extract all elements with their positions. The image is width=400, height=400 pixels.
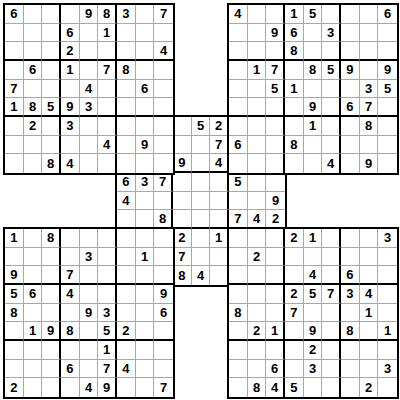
cell-top-left-r3c6-empty[interactable]	[98, 42, 117, 61]
cell-top-right-r7c9-empty[interactable]	[378, 117, 397, 136]
cell-top-right-r2c7-empty[interactable]	[341, 24, 360, 43]
subgrid-bottom-right: 213246257348712198126338452	[227, 227, 399, 399]
cell-bottom-right-r7c6-empty[interactable]	[322, 341, 341, 360]
cell-top-right-r4c2-given: 1	[248, 61, 267, 80]
cell-top-right-r8c3-empty[interactable]	[266, 136, 285, 155]
cell-bottom-left-r1c3-given: 8	[42, 229, 61, 248]
cell-top-left-r9c6-empty[interactable]	[98, 154, 117, 173]
cell-bottom-right-r2c9-empty[interactable]	[378, 248, 397, 267]
cell-bottom-right-r2c5-empty[interactable]	[304, 248, 323, 267]
cell-top-left-r4c3-empty[interactable]	[42, 61, 61, 80]
cell-top-right-r9c7-empty[interactable]	[341, 154, 360, 173]
cell-top-right-r7c3-empty[interactable]	[266, 117, 285, 136]
cell-top-right-r3c1-empty[interactable]	[229, 42, 248, 61]
cell-top-left-r5c9-empty[interactable]	[154, 80, 173, 99]
cell-bottom-left-r6c7-given: 2	[117, 322, 136, 341]
cell-bottom-right-r2c7-empty[interactable]	[341, 248, 360, 267]
cell-center-r8c5-empty[interactable]	[192, 248, 211, 267]
cell-top-left-r7c7-empty[interactable]	[117, 117, 136, 136]
cell-top-left-r4c5-empty[interactable]	[80, 61, 99, 80]
cell-top-right-r5c7-empty[interactable]	[341, 80, 360, 99]
cell-center-r6c5-empty[interactable]	[192, 210, 211, 229]
cell-top-left-r5c7-empty[interactable]	[117, 80, 136, 99]
cell-bottom-right-r4c2-empty[interactable]	[248, 285, 267, 304]
cell-top-left-r7c3-empty[interactable]	[42, 117, 61, 136]
cell-bottom-left-r8c5-empty[interactable]	[80, 360, 99, 379]
cell-top-right-r7c7-empty[interactable]	[341, 117, 360, 136]
cell-bottom-left-r5c2-empty[interactable]	[24, 304, 43, 323]
cell-bottom-right-r8c8-empty[interactable]	[360, 360, 379, 379]
cell-center-r5c1-given: 4	[117, 192, 136, 211]
cell-top-left-r6c4-given: 9	[61, 98, 80, 117]
cell-top-right-r1c1-given: 4	[229, 5, 248, 24]
cell-top-left-r5c6-empty[interactable]	[98, 80, 117, 99]
cell-top-right-r8c2-empty[interactable]	[248, 136, 267, 155]
cell-bottom-left-r2c6-empty[interactable]	[98, 248, 117, 267]
cell-top-right-r3c5-empty[interactable]	[304, 42, 323, 61]
cell-bottom-right-r2c1-empty[interactable]	[229, 248, 248, 267]
cell-top-left-r2c9-empty[interactable]	[154, 24, 173, 43]
cell-top-left-r5c1-given: 7	[5, 80, 24, 99]
cell-top-left-r6c9-empty[interactable]	[154, 98, 173, 117]
cell-center-r2c5-empty[interactable]	[192, 136, 211, 155]
cell-top-left-r6c6-empty[interactable]	[98, 98, 117, 117]
cell-center-r5c3-empty[interactable]	[154, 192, 173, 211]
cell-top-left-r5c3-empty[interactable]	[42, 80, 61, 99]
cell-bottom-right-r9c6-empty[interactable]	[322, 378, 341, 397]
cell-bottom-right-r1c1-empty[interactable]	[229, 229, 248, 248]
cell-top-left-r3c1-empty[interactable]	[5, 42, 24, 61]
cell-bottom-right-r3c4-empty[interactable]	[285, 266, 304, 285]
cell-bottom-right-r9c8-given: 2	[360, 378, 379, 397]
cell-top-left-r1c7-given: 3	[117, 5, 136, 24]
cell-center-r7c5-empty[interactable]	[192, 229, 211, 248]
cell-bottom-right-r5c5-empty[interactable]	[304, 304, 323, 323]
cell-top-left-r8c2-empty[interactable]	[24, 136, 43, 155]
cell-top-left-r9c7-empty[interactable]	[117, 154, 136, 173]
cell-bottom-left-r5c9-given: 6	[154, 304, 173, 323]
cell-bottom-right-r9c5-empty[interactable]	[304, 378, 323, 397]
cell-bottom-left-r7c1-empty[interactable]	[5, 341, 24, 360]
cell-bottom-left-r3c4-given: 7	[61, 266, 80, 285]
cell-bottom-right-r7c9-empty[interactable]	[378, 341, 397, 360]
cell-bottom-right-r5c7-empty[interactable]	[341, 304, 360, 323]
cell-top-left-r2c8-empty[interactable]	[136, 24, 155, 43]
cell-bottom-left-r9c7-empty[interactable]	[117, 378, 136, 397]
cell-bottom-left-r7c7-empty[interactable]	[117, 341, 136, 360]
cell-center-r3c5-empty[interactable]	[192, 154, 211, 173]
cell-top-right-r6c1-empty[interactable]	[229, 98, 248, 117]
cell-top-left-r3c5-empty[interactable]	[80, 42, 99, 61]
cell-bottom-right-r6c8-empty[interactable]	[360, 322, 379, 341]
cell-top-left-r7c5-empty[interactable]	[80, 117, 99, 136]
cell-bottom-left-r3c6-empty[interactable]	[98, 266, 117, 285]
cell-bottom-right-r4c9-empty[interactable]	[378, 285, 397, 304]
cell-bottom-right-r7c3-empty[interactable]	[266, 341, 285, 360]
cell-top-left-r1c1-given: 6	[5, 5, 24, 24]
cell-top-right-r2c9-empty[interactable]	[378, 24, 397, 43]
cell-bottom-left-r1c2-empty[interactable]	[24, 229, 43, 248]
cell-top-right-r8c8-empty[interactable]	[360, 136, 379, 155]
cell-bottom-right-r3c8-empty[interactable]	[360, 266, 379, 285]
cell-bottom-right-r3c1-empty[interactable]	[229, 266, 248, 285]
cell-bottom-right-r3c2-empty[interactable]	[248, 266, 267, 285]
cell-top-left-r7c8-empty[interactable]	[136, 117, 155, 136]
cell-bottom-right-r8c9-given: 3	[378, 360, 397, 379]
cell-bottom-left-r6c5-empty[interactable]	[80, 322, 99, 341]
cell-bottom-right-r2c3-empty[interactable]	[266, 248, 285, 267]
cell-top-right-r3c8-empty[interactable]	[360, 42, 379, 61]
cell-bottom-left-r7c4-empty[interactable]	[61, 341, 80, 360]
cell-top-left-r8c1-empty[interactable]	[5, 136, 24, 155]
cell-bottom-right-r7c2-empty[interactable]	[248, 341, 267, 360]
cell-bottom-right-r1c6-empty[interactable]	[322, 229, 341, 248]
cell-bottom-left-r4c5-empty[interactable]	[80, 285, 99, 304]
cell-bottom-right-r6c5-given: 9	[304, 322, 323, 341]
cell-bottom-right-r7c1-empty[interactable]	[229, 341, 248, 360]
cell-center-r4c6-empty[interactable]	[210, 173, 229, 192]
cell-bottom-left-r6c1-empty[interactable]	[5, 322, 24, 341]
cell-bottom-left-r4c6-empty[interactable]	[98, 285, 117, 304]
cell-top-left-r4c8-empty[interactable]	[136, 61, 155, 80]
cell-top-right-r9c9-empty[interactable]	[378, 154, 397, 173]
cell-top-right-r9c2-empty[interactable]	[248, 154, 267, 173]
cell-center-r4c7-given: 5	[229, 173, 248, 192]
cell-bottom-right-r6c7-given: 8	[341, 322, 360, 341]
cell-center-r1c4-empty[interactable]	[173, 117, 192, 136]
cell-bottom-right-r9c1-empty[interactable]	[229, 378, 248, 397]
cell-top-right-r3c3-empty[interactable]	[266, 42, 285, 61]
cell-top-right-r4c8-empty[interactable]	[360, 61, 379, 80]
cell-bottom-right-r8c2-empty[interactable]	[248, 360, 267, 379]
cell-bottom-left-r5c3-empty[interactable]	[42, 304, 61, 323]
cell-top-right-r2c5-empty[interactable]	[304, 24, 323, 43]
cell-top-left-r3c3-empty[interactable]	[42, 42, 61, 61]
cell-top-left-r6c5-given: 3	[80, 98, 99, 117]
cell-bottom-right-r1c3-empty[interactable]	[266, 229, 285, 248]
cell-top-right-r1c9-given: 6	[378, 5, 397, 24]
cell-bottom-right-r2c8-empty[interactable]	[360, 248, 379, 267]
cell-center-r5c4-empty[interactable]	[173, 192, 192, 211]
cell-bottom-right-r2c6-empty[interactable]	[322, 248, 341, 267]
cell-top-left-r8c7-empty[interactable]	[117, 136, 136, 155]
cell-top-right-r7c4-empty[interactable]	[285, 117, 304, 136]
cell-top-right-r8c6-empty[interactable]	[322, 136, 341, 155]
cell-bottom-left-r4c8-empty[interactable]	[136, 285, 155, 304]
cell-top-left-r2c6-given: 1	[98, 24, 117, 43]
cell-top-right-r1c2-empty[interactable]	[248, 5, 267, 24]
cell-top-right-r7c5-given: 1	[304, 117, 323, 136]
cell-bottom-right-r5c1-given: 8	[229, 304, 248, 323]
cell-bottom-left-r7c2-empty[interactable]	[24, 341, 43, 360]
cell-bottom-left-r8c3-empty[interactable]	[42, 360, 61, 379]
cell-top-left-r3c2-empty[interactable]	[24, 42, 43, 61]
cell-bottom-right-r4c8-given: 4	[360, 285, 379, 304]
cell-top-left-r8c6-given: 4	[98, 136, 117, 155]
cell-center-r5c6-empty[interactable]	[210, 192, 229, 211]
cell-top-right-r4c4-empty[interactable]	[285, 61, 304, 80]
cell-bottom-right-r2c2-given: 2	[248, 248, 267, 267]
cell-bottom-right-r6c1-empty[interactable]	[229, 322, 248, 341]
cell-top-left-r2c5-empty[interactable]	[80, 24, 99, 43]
cell-center-r4c4-empty[interactable]	[173, 173, 192, 192]
cell-bottom-right-r6c6-empty[interactable]	[322, 322, 341, 341]
cell-top-right-r8c9-empty[interactable]	[378, 136, 397, 155]
cell-center-r5c5-empty[interactable]	[192, 192, 211, 211]
cell-bottom-left-r3c5-empty[interactable]	[80, 266, 99, 285]
cell-top-right-r7c2-empty[interactable]	[248, 117, 267, 136]
cell-center-r4c8-empty[interactable]	[248, 173, 267, 192]
cell-top-left-r2c3-empty[interactable]	[42, 24, 61, 43]
cell-top-right-r1c4-given: 1	[285, 5, 304, 24]
cell-top-right-r8c5-empty[interactable]	[304, 136, 323, 155]
cell-top-right-r4c1-empty[interactable]	[229, 61, 248, 80]
cell-bottom-left-r2c3-empty[interactable]	[42, 248, 61, 267]
cell-top-right-r9c3-empty[interactable]	[266, 154, 285, 173]
cell-top-right-r3c6-empty[interactable]	[322, 42, 341, 61]
cell-top-left-r9c2-empty[interactable]	[24, 154, 43, 173]
cell-top-left-r2c2-empty[interactable]	[24, 24, 43, 43]
cell-center-r2c4-empty[interactable]	[173, 136, 192, 155]
cell-top-left-r7c6-empty[interactable]	[98, 117, 117, 136]
cell-top-right-r2c8-empty[interactable]	[360, 24, 379, 43]
cell-top-left-r2c1-empty[interactable]	[5, 24, 24, 43]
cell-bottom-left-r2c5-given: 3	[80, 248, 99, 267]
cell-bottom-right-r9c3-given: 4	[266, 378, 285, 397]
cell-center-r6c4-empty[interactable]	[173, 210, 192, 229]
cell-top-left-r4c6-given: 7	[98, 61, 117, 80]
cell-bottom-right-r3c6-empty[interactable]	[322, 266, 341, 285]
cell-top-right-r1c7-empty[interactable]	[341, 5, 360, 24]
cell-top-left-r1c3-empty[interactable]	[42, 5, 61, 24]
cell-bottom-left-r5c7-empty[interactable]	[117, 304, 136, 323]
cell-bottom-right-r1c8-empty[interactable]	[360, 229, 379, 248]
cell-top-left-r8c5-empty[interactable]	[80, 136, 99, 155]
cell-top-left-r9c9-empty[interactable]	[154, 154, 173, 173]
cell-bottom-left-r8c4-given: 6	[61, 360, 80, 379]
cell-top-left-r5c5-given: 4	[80, 80, 99, 99]
cell-bottom-left-r5c4-empty[interactable]	[61, 304, 80, 323]
cell-top-right-r7c6-empty[interactable]	[322, 117, 341, 136]
cell-bottom-right-r8c3-given: 6	[266, 360, 285, 379]
cell-bottom-left-r8c9-empty[interactable]	[154, 360, 173, 379]
cell-top-left-r9c5-empty[interactable]	[80, 154, 99, 173]
cell-top-right-r5c6-empty[interactable]	[322, 80, 341, 99]
cell-top-right-r2c6-given: 3	[322, 24, 341, 43]
cell-bottom-right-r1c7-empty[interactable]	[341, 229, 360, 248]
cell-top-left-r8c4-empty[interactable]	[61, 136, 80, 155]
cell-top-right-r2c1-empty[interactable]	[229, 24, 248, 43]
cell-bottom-right-r5c2-empty[interactable]	[248, 304, 267, 323]
cell-top-right-r5c8-given: 3	[360, 80, 379, 99]
cell-center-r4c5-empty[interactable]	[192, 173, 211, 192]
cell-bottom-left-r9c4-empty[interactable]	[61, 378, 80, 397]
cell-top-right-r3c7-empty[interactable]	[341, 42, 360, 61]
cell-center-r5c8-empty[interactable]	[248, 192, 267, 211]
cell-top-right-r5c2-empty[interactable]	[248, 80, 267, 99]
cell-bottom-right-r2c4-empty[interactable]	[285, 248, 304, 267]
cell-center-r5c9-given: 9	[266, 192, 285, 211]
cell-top-left-r7c9-empty[interactable]	[154, 117, 173, 136]
cell-bottom-right-r1c5-given: 1	[304, 229, 323, 248]
subgrid-top-left: 698376124617874618593234984	[3, 3, 175, 175]
cell-bottom-left-r1c8-empty[interactable]	[136, 229, 155, 248]
cell-bottom-right-r9c4-given: 5	[285, 378, 304, 397]
cell-bottom-right-r7c4-empty[interactable]	[285, 341, 304, 360]
cell-center-r5c2-empty[interactable]	[136, 192, 155, 211]
cell-bottom-left-r1c1-given: 1	[5, 229, 24, 248]
cell-top-right-r5c1-empty[interactable]	[229, 80, 248, 99]
cell-top-left-r3c8-empty[interactable]	[136, 42, 155, 61]
cell-top-right-r9c8-given: 9	[360, 154, 379, 173]
cell-bottom-left-r1c4-empty[interactable]	[61, 229, 80, 248]
cell-bottom-left-r7c8-empty[interactable]	[136, 341, 155, 360]
cell-top-left-r2c7-empty[interactable]	[117, 24, 136, 43]
cell-top-right-r6c4-empty[interactable]	[285, 98, 304, 117]
cell-top-right-r3c9-empty[interactable]	[378, 42, 397, 61]
cell-bottom-left-r5c1-given: 8	[5, 304, 24, 323]
cell-bottom-left-r9c6-given: 9	[98, 378, 117, 397]
cell-bottom-right-r8c1-empty[interactable]	[229, 360, 248, 379]
cell-top-right-r2c3-given: 9	[266, 24, 285, 43]
cell-top-left-r4c7-given: 8	[117, 61, 136, 80]
cell-bottom-right-r8c4-empty[interactable]	[285, 360, 304, 379]
cell-bottom-left-r3c3-empty[interactable]	[42, 266, 61, 285]
cell-top-right-r7c8-given: 8	[360, 117, 379, 136]
cell-bottom-right-r5c8-given: 1	[360, 304, 379, 323]
cell-top-right-r6c9-empty[interactable]	[378, 98, 397, 117]
cell-bottom-right-r3c3-empty[interactable]	[266, 266, 285, 285]
cell-top-left-r9c3-given: 8	[42, 154, 61, 173]
cell-bottom-right-r4c1-empty[interactable]	[229, 285, 248, 304]
cell-top-left-r8c3-empty[interactable]	[42, 136, 61, 155]
cell-bottom-right-r1c9-given: 3	[378, 229, 397, 248]
cell-bottom-right-r5c9-empty[interactable]	[378, 304, 397, 323]
cell-bottom-left-r5c8-empty[interactable]	[136, 304, 155, 323]
cell-top-left-r6c8-empty[interactable]	[136, 98, 155, 117]
cell-top-left-r1c8-empty[interactable]	[136, 5, 155, 24]
cell-bottom-right-r5c6-empty[interactable]	[322, 304, 341, 323]
subgrid-top-right: 415696381785995135967186849	[227, 3, 399, 175]
cell-bottom-left-r2c4-empty[interactable]	[61, 248, 80, 267]
cell-top-left-r4c1-empty[interactable]	[5, 61, 24, 80]
cell-bottom-right-r1c2-empty[interactable]	[248, 229, 267, 248]
cell-bottom-right-r7c8-empty[interactable]	[360, 341, 379, 360]
cell-top-left-r9c8-empty[interactable]	[136, 154, 155, 173]
cell-top-left-r3c7-empty[interactable]	[117, 42, 136, 61]
cell-center-r4c9-empty[interactable]	[266, 173, 285, 192]
cell-bottom-right-r4c5-given: 5	[304, 285, 323, 304]
cell-top-right-r1c6-empty[interactable]	[322, 5, 341, 24]
cell-bottom-left-r2c9-empty[interactable]	[154, 248, 173, 267]
subgrid-bottom-left: 183197564989361985216742497	[3, 227, 175, 399]
cell-bottom-left-r7c5-empty[interactable]	[80, 341, 99, 360]
cell-bottom-left-r9c8-empty[interactable]	[136, 378, 155, 397]
cell-top-left-r7c1-empty[interactable]	[5, 117, 24, 136]
cell-top-right-r3c2-empty[interactable]	[248, 42, 267, 61]
cell-bottom-right-r5c4-given: 7	[285, 304, 304, 323]
cell-bottom-right-r7c7-empty[interactable]	[341, 341, 360, 360]
cell-bottom-right-r4c3-empty[interactable]	[266, 285, 285, 304]
cell-bottom-left-r8c2-empty[interactable]	[24, 360, 43, 379]
cell-bottom-left-r8c8-empty[interactable]	[136, 360, 155, 379]
cell-bottom-left-r1c5-empty[interactable]	[80, 229, 99, 248]
cell-bottom-left-r2c7-empty[interactable]	[117, 248, 136, 267]
cell-bottom-left-r4c4-given: 4	[61, 285, 80, 304]
cell-center-r7c4-given: 2	[173, 229, 192, 248]
cell-bottom-right-r9c9-empty[interactable]	[378, 378, 397, 397]
cell-top-right-r2c2-empty[interactable]	[248, 24, 267, 43]
cell-top-right-r8c7-empty[interactable]	[341, 136, 360, 155]
cell-bottom-left-r3c9-empty[interactable]	[154, 266, 173, 285]
cell-top-right-r6c2-empty[interactable]	[248, 98, 267, 117]
cell-bottom-left-r6c8-empty[interactable]	[136, 322, 155, 341]
cell-center-r4c3-given: 7	[154, 173, 173, 192]
cell-top-left-r5c8-given: 6	[136, 80, 155, 99]
cell-top-right-r1c8-empty[interactable]	[360, 5, 379, 24]
cell-bottom-left-r1c6-empty[interactable]	[98, 229, 117, 248]
cell-top-right-r9c5-empty[interactable]	[304, 154, 323, 173]
cell-bottom-left-r9c3-empty[interactable]	[42, 378, 61, 397]
cell-bottom-left-r3c7-empty[interactable]	[117, 266, 136, 285]
cell-bottom-left-r4c7-empty[interactable]	[117, 285, 136, 304]
cell-bottom-left-r8c7-given: 4	[117, 360, 136, 379]
cell-bottom-left-r8c1-empty[interactable]	[5, 360, 24, 379]
cell-bottom-left-r4c9-given: 9	[154, 285, 173, 304]
cell-bottom-left-r2c1-empty[interactable]	[5, 248, 24, 267]
cell-top-right-r6c5-given: 9	[304, 98, 323, 117]
cell-top-left-r1c2-empty[interactable]	[24, 5, 43, 24]
cell-top-right-r1c3-empty[interactable]	[266, 5, 285, 24]
cell-bottom-left-r4c3-empty[interactable]	[42, 285, 61, 304]
cell-bottom-left-r7c3-empty[interactable]	[42, 341, 61, 360]
cell-bottom-left-r2c2-empty[interactable]	[24, 248, 43, 267]
cell-top-left-r4c9-empty[interactable]	[154, 61, 173, 80]
cell-top-left-r1c4-empty[interactable]	[61, 5, 80, 24]
cell-bottom-right-r8c7-empty[interactable]	[341, 360, 360, 379]
cell-top-right-r9c1-empty[interactable]	[229, 154, 248, 173]
cell-top-left-r9c1-empty[interactable]	[5, 154, 24, 173]
cell-bottom-left-r1c9-empty[interactable]	[154, 229, 173, 248]
cell-bottom-right-r5c3-empty[interactable]	[266, 304, 285, 323]
cell-top-left-r5c4-empty[interactable]	[61, 80, 80, 99]
cell-bottom-right-r3c9-empty[interactable]	[378, 266, 397, 285]
cell-top-right-r6c8-given: 7	[360, 98, 379, 117]
cell-bottom-left-r7c9-empty[interactable]	[154, 341, 173, 360]
cell-top-right-r6c6-empty[interactable]	[322, 98, 341, 117]
cell-bottom-right-r7c5-given: 2	[304, 341, 323, 360]
cell-top-right-r5c3-given: 5	[266, 80, 285, 99]
cell-top-right-r5c5-empty[interactable]	[304, 80, 323, 99]
cell-top-left-r6c7-empty[interactable]	[117, 98, 136, 117]
cell-bottom-right-r9c7-empty[interactable]	[341, 378, 360, 397]
cell-bottom-left-r9c2-empty[interactable]	[24, 378, 43, 397]
cell-top-right-r9c4-empty[interactable]	[285, 154, 304, 173]
cell-top-right-r7c1-empty[interactable]	[229, 117, 248, 136]
cell-bottom-right-r6c4-empty[interactable]	[285, 322, 304, 341]
cell-bottom-left-r6c9-empty[interactable]	[154, 322, 173, 341]
cell-top-right-r8c4-given: 8	[285, 136, 304, 155]
cell-bottom-left-r3c2-empty[interactable]	[24, 266, 43, 285]
cell-center-r5c7-empty[interactable]	[229, 192, 248, 211]
cell-top-left-r8c9-empty[interactable]	[154, 136, 173, 155]
cell-bottom-right-r8c6-empty[interactable]	[322, 360, 341, 379]
cell-top-left-r5c2-empty[interactable]	[24, 80, 43, 99]
cell-bottom-left-r1c7-empty[interactable]	[117, 229, 136, 248]
cell-top-right-r6c3-empty[interactable]	[266, 98, 285, 117]
cell-bottom-left-r2c8-given: 1	[136, 248, 155, 267]
cell-bottom-left-r3c8-empty[interactable]	[136, 266, 155, 285]
